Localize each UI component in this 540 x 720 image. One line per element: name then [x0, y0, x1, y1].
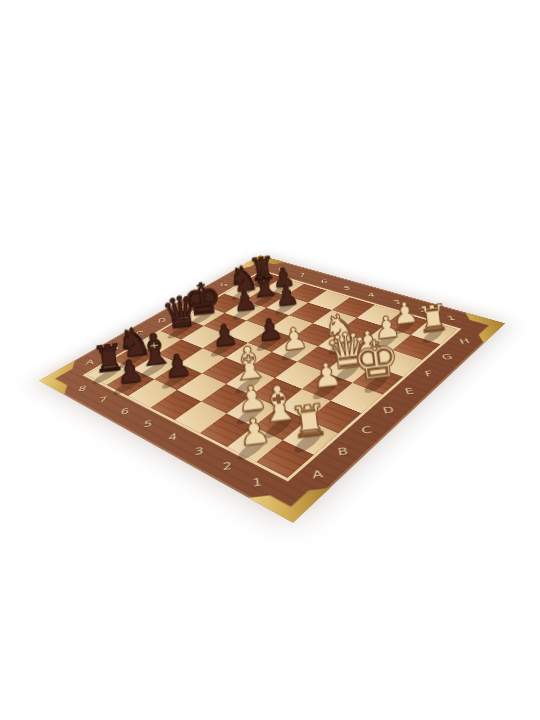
coordinate-label-4: 4 [152, 423, 193, 452]
coordinate-label-5: 5 [330, 280, 364, 297]
white-rook-icon: ♜ [405, 298, 461, 340]
product-photo-stage: ABCDEFGH ABCDEFGH 87654321 87654321 ♜♞♛♚… [0, 0, 540, 720]
chess-board: ABCDEFGH ABCDEFGH 87654321 87654321 ♜♞♛♚… [39, 255, 505, 522]
coordinate-label-5: 5 [127, 410, 168, 437]
white-king-icon: ♚ [344, 330, 407, 389]
square-b1[interactable]: ♜ [283, 420, 338, 455]
white-rook-icon: ♜ [275, 396, 342, 446]
coordinate-label-6: 6 [104, 398, 145, 424]
square-h1[interactable]: ♜ [411, 321, 457, 344]
coordinate-label-8: 8 [62, 377, 102, 401]
board-grid: ♜♞♛♚♞♜♟♝♟♝♟♟♟♟♟♝♟♟♞♟♝♟♛♟♟♟♜♚♜ [87, 272, 458, 478]
coordinate-label-3: 3 [178, 436, 219, 466]
